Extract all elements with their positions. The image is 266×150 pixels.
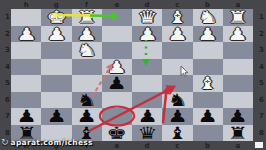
rank-label-5-left: 5	[5, 80, 10, 87]
square-c3[interactable]	[162, 42, 192, 59]
square-d3[interactable]	[132, 42, 162, 59]
watermark: ↻ aparat.com/ichess	[1, 137, 93, 147]
square-c2[interactable]: ♟	[162, 26, 192, 43]
square-e6[interactable]	[102, 92, 132, 109]
white-knight: ♞	[76, 42, 97, 59]
chess-board: ♚♜♛♝♞♜♟♟♟♟♟♟♟♞♟♟♝♞♞♟♟♟♟♟♟♟♜♝♚♛♝♜	[11, 9, 253, 141]
file-label-h-top: h	[24, 1, 29, 9]
file-label-b-bottom: b	[205, 142, 210, 150]
square-a4[interactable]	[223, 59, 253, 76]
white-pawn: ♟	[167, 26, 188, 43]
rank-label-6-left: 6	[5, 96, 10, 103]
square-b5[interactable]: ♝	[193, 75, 223, 92]
square-e8[interactable]: ♚	[102, 125, 132, 142]
file-label-d-top: d	[145, 1, 150, 9]
square-f3[interactable]: ♞	[72, 42, 102, 59]
square-e1[interactable]	[102, 9, 132, 26]
white-pawn: ♟	[137, 26, 158, 43]
square-b3[interactable]	[193, 42, 223, 59]
square-g4[interactable]	[41, 59, 71, 76]
square-g3[interactable]	[41, 42, 71, 59]
square-h5[interactable]	[11, 75, 41, 92]
square-a3[interactable]	[223, 42, 253, 59]
square-a5[interactable]	[223, 75, 253, 92]
rank-label-2-left: 2	[5, 30, 10, 37]
square-h4[interactable]	[11, 59, 41, 76]
file-label-f-top: f	[85, 1, 88, 9]
corner-marker	[255, 142, 263, 148]
rank-label-4-left: 4	[5, 63, 10, 70]
file-label-a-top: a	[236, 1, 241, 9]
rank-label-3-left: 3	[5, 47, 10, 54]
rank-label-3-right: 3	[259, 47, 264, 54]
white-pawn: ♟	[16, 26, 37, 43]
square-f4[interactable]	[72, 59, 102, 76]
black-pawn: ♟	[107, 75, 128, 92]
rank-label-5-right: 5	[259, 80, 264, 87]
file-label-b-top: b	[205, 1, 210, 9]
square-g7[interactable]: ♟	[41, 108, 71, 125]
rank-label-8-left: 8	[5, 129, 10, 136]
square-d5[interactable]	[132, 75, 162, 92]
file-label-e-top: e	[115, 1, 120, 9]
rank-label-4-right: 4	[259, 63, 264, 70]
file-label-g-top: g	[54, 1, 59, 9]
square-h3[interactable]	[11, 42, 41, 59]
square-g5[interactable]	[41, 75, 71, 92]
file-label-e-bottom: e	[115, 142, 120, 150]
square-g2[interactable]: ♟	[41, 26, 71, 43]
square-d8[interactable]: ♛	[132, 125, 162, 142]
square-b7[interactable]: ♟	[193, 108, 223, 125]
file-label-d-bottom: d	[145, 142, 150, 150]
rank-label-2-right: 2	[259, 30, 264, 37]
file-label-c-bottom: c	[175, 142, 179, 150]
chess-board-app: ♚♜♛♝♞♜♟♟♟♟♟♟♟♞♟♟♝♞♞♟♟♟♟♟♟♟♜♝♚♛♝♜ hhggffe…	[0, 0, 266, 150]
white-pawn: ♟	[228, 26, 249, 43]
black-queen: ♛	[137, 125, 158, 142]
black-king: ♚	[107, 125, 128, 142]
square-b2[interactable]: ♟	[193, 26, 223, 43]
circular-arrow-icon: ↻	[1, 137, 9, 147]
white-bishop: ♝	[197, 75, 218, 92]
rank-label-8-right: 8	[259, 129, 264, 136]
square-b8[interactable]	[193, 125, 223, 142]
square-a8[interactable]: ♜	[223, 125, 253, 142]
watermark-text: aparat.com/ichess	[11, 138, 93, 147]
rank-label-6-right: 6	[259, 96, 264, 103]
black-bishop: ♝	[167, 125, 188, 142]
file-label-a-bottom: a	[236, 142, 241, 150]
square-e5[interactable]: ♟	[102, 75, 132, 92]
black-pawn: ♟	[197, 108, 218, 125]
black-pawn: ♟	[46, 108, 67, 125]
rank-label-1-right: 1	[259, 14, 264, 21]
square-c8[interactable]: ♝	[162, 125, 192, 142]
white-pawn: ♟	[46, 26, 67, 43]
square-d4[interactable]	[132, 59, 162, 76]
black-rook: ♜	[228, 125, 249, 142]
square-a2[interactable]: ♟	[223, 26, 253, 43]
rank-label-7-right: 7	[259, 113, 264, 120]
rank-label-7-left: 7	[5, 113, 10, 120]
square-h2[interactable]: ♟	[11, 26, 41, 43]
white-pawn: ♟	[197, 26, 218, 43]
square-c4[interactable]	[162, 59, 192, 76]
square-e2[interactable]	[102, 26, 132, 43]
file-label-c-top: c	[175, 1, 179, 9]
square-d2[interactable]: ♟	[132, 26, 162, 43]
rank-label-1-left: 1	[5, 14, 10, 21]
